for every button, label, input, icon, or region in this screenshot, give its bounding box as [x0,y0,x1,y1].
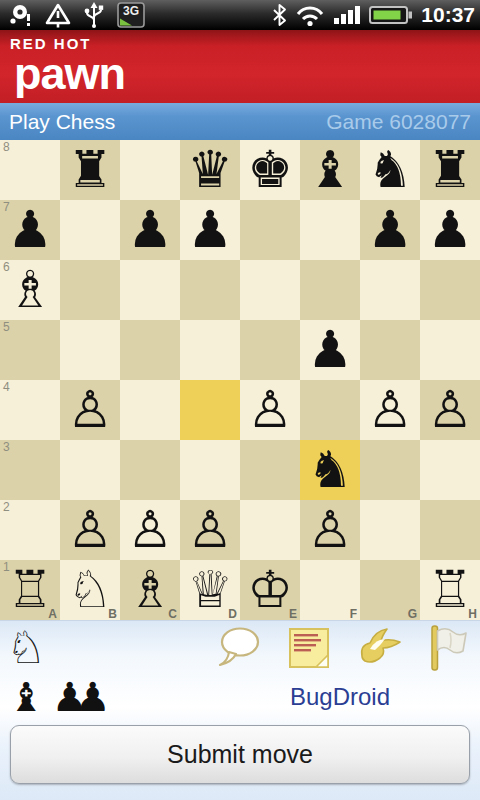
brand-line2: pawn [14,52,480,95]
square-g2[interactable] [360,500,420,560]
square-e5[interactable] [240,320,300,380]
warning-icon [45,2,71,28]
square-b2[interactable]: ♙ [60,500,120,560]
status-icons-left: 3G [0,2,145,28]
status-icons-right: 10:37 [272,0,480,30]
captured-black-bishop: ♝ [8,674,44,720]
square-e2[interactable] [240,500,300,560]
square-f7[interactable] [300,200,360,260]
piece-black-rook-h8[interactable]: ♜ [420,140,480,200]
draw-dove-icon[interactable] [355,626,403,670]
square-g1[interactable]: G [360,560,420,620]
wifi-icon [295,3,325,27]
piece-black-pawn-g7[interactable]: ♟ [360,200,420,260]
square-d7[interactable]: ♟ [180,200,240,260]
square-c2[interactable]: ♙ [120,500,180,560]
square-a7[interactable]: 7♟ [0,200,60,260]
square-f4[interactable] [300,380,360,440]
square-h7[interactable]: ♟ [420,200,480,260]
square-b6[interactable] [60,260,120,320]
square-e8[interactable]: ♚ [240,140,300,200]
piece-white-knight-b1[interactable]: ♘ [60,560,120,620]
3g-label: 3G [123,4,139,18]
rank-label-5: 5 [3,320,10,334]
square-b8[interactable]: ♜ [60,140,120,200]
square-b5[interactable] [60,320,120,380]
square-h8[interactable]: ♜ [420,140,480,200]
square-a2[interactable]: 2 [0,500,60,560]
piece-black-pawn-a7[interactable]: ♟ [0,200,60,260]
square-g8[interactable]: ♞ [360,140,420,200]
file-label-g: G [408,607,417,621]
piece-white-king-e1[interactable]: ♔ [240,560,300,620]
battery-icon [369,3,413,27]
piece-white-pawn-g4[interactable]: ♙ [360,380,420,440]
signal-icon [333,3,361,27]
captured-white-row: ♘ [0,621,480,673]
rank-label-4: 4 [3,380,10,394]
piece-white-pawn-b2[interactable]: ♙ [60,500,120,560]
square-c6[interactable] [120,260,180,320]
submit-move-button[interactable]: Submit move [10,725,470,784]
bottom-panel: ♘ [0,620,480,800]
piece-white-pawn-b4[interactable]: ♙ [60,380,120,440]
screen: 3G 10:37 [0,0,480,800]
square-e1[interactable]: E♔ [240,560,300,620]
square-d3[interactable] [180,440,240,500]
square-e3[interactable] [240,440,300,500]
rank-label-8: 8 [3,140,10,154]
square-d1[interactable]: D♕ [180,560,240,620]
game-number: Game 6028077 [326,110,471,134]
square-e7[interactable] [240,200,300,260]
piece-white-pawn-d2[interactable]: ♙ [180,500,240,560]
opponent-name: BugDroid [290,683,390,711]
rank-label-2: 2 [3,500,10,514]
piece-black-bishop-f8[interactable]: ♝ [300,140,360,200]
square-b4[interactable]: ♙ [60,380,120,440]
notes-icon[interactable] [286,626,332,670]
square-f5[interactable]: ♟ [300,320,360,380]
square-c8[interactable] [120,140,180,200]
square-g3[interactable] [360,440,420,500]
square-d5[interactable] [180,320,240,380]
captured-white-knight: ♘ [6,624,46,672]
piece-white-pawn-f2[interactable]: ♙ [300,500,360,560]
square-f1[interactable]: F [300,560,360,620]
square-h1[interactable]: H♖ [420,560,480,620]
square-a6[interactable]: 6♗ [0,260,60,320]
piece-black-pawn-h7[interactable]: ♟ [420,200,480,260]
square-h3[interactable] [420,440,480,500]
status-bar: 3G 10:37 [0,0,480,30]
square-g5[interactable] [360,320,420,380]
square-a3[interactable]: 3 [0,440,60,500]
square-c4[interactable] [120,380,180,440]
square-g6[interactable] [360,260,420,320]
square-c1[interactable]: C♗ [120,560,180,620]
captured-black-row: ♝ ♟♟ BugDroid [0,673,480,721]
piece-white-queen-d1[interactable]: ♕ [180,560,240,620]
submit-move-label: Submit move [167,740,313,769]
square-a8[interactable]: 8 [0,140,60,200]
square-e4[interactable]: ♙ [240,380,300,440]
square-h4[interactable]: ♙ [420,380,480,440]
square-h2[interactable] [420,500,480,560]
square-h6[interactable] [420,260,480,320]
file-label-f: F [350,607,357,621]
square-c3[interactable] [120,440,180,500]
piece-black-knight-f3[interactable]: ♞ [300,440,360,500]
square-d8[interactable]: ♛ [180,140,240,200]
piece-white-pawn-h4[interactable]: ♙ [420,380,480,440]
piece-black-rook-b8[interactable]: ♜ [60,140,120,200]
square-g4[interactable]: ♙ [360,380,420,440]
piece-white-pawn-e4[interactable]: ♙ [240,380,300,440]
piece-black-king-e8[interactable]: ♚ [240,140,300,200]
resign-flag-icon[interactable] [426,624,468,672]
square-b7[interactable] [60,200,120,260]
square-b1[interactable]: B♘ [60,560,120,620]
toolbar: Play Chess Game 6028077 [0,103,480,140]
piece-white-bishop-a6[interactable]: ♗ [0,260,60,320]
chat-bubble-icon[interactable] [213,625,263,671]
piece-white-bishop-c1[interactable]: ♗ [120,560,180,620]
piece-black-queen-d8[interactable]: ♛ [180,140,240,200]
square-a5[interactable]: 5 [0,320,60,380]
square-d4[interactable] [180,380,240,440]
square-d6[interactable] [180,260,240,320]
square-d2[interactable]: ♙ [180,500,240,560]
square-f6[interactable] [300,260,360,320]
rank-label-3: 3 [3,440,10,454]
bluetooth-icon [272,3,287,27]
notification-icon [8,2,34,28]
chess-board[interactable]: 8♜♛♚♝♞♜7♟♟♟♟♟6♗5♟4♙♙♙♙3♞2♙♙♙♙1A♖B♘C♗D♕E♔… [0,140,480,620]
3g-icon: 3G [117,2,145,28]
square-a1[interactable]: 1A♖ [0,560,60,620]
square-f3[interactable]: ♞ [300,440,360,500]
square-g7[interactable]: ♟ [360,200,420,260]
piece-black-pawn-d7[interactable]: ♟ [180,200,240,260]
square-b3[interactable] [60,440,120,500]
usb-icon [82,2,106,28]
captured-black-pawns: ♟♟ [52,674,111,720]
square-f8[interactable]: ♝ [300,140,360,200]
square-c7[interactable]: ♟ [120,200,180,260]
piece-white-pawn-c2[interactable]: ♙ [120,500,180,560]
square-h5[interactable] [420,320,480,380]
piece-white-rook-a1[interactable]: ♖ [0,560,60,620]
square-f2[interactable]: ♙ [300,500,360,560]
piece-black-pawn-c7[interactable]: ♟ [120,200,180,260]
piece-black-pawn-f5[interactable]: ♟ [300,320,360,380]
page-title: Play Chess [9,110,115,134]
square-c5[interactable] [120,320,180,380]
square-e6[interactable] [240,260,300,320]
square-a4[interactable]: 4 [0,380,60,440]
app-banner: RED HOT pawn [0,30,480,103]
piece-black-knight-g8[interactable]: ♞ [360,140,420,200]
clock: 10:37 [421,0,475,30]
action-icons [213,624,468,672]
piece-white-rook-h1[interactable]: ♖ [420,560,480,620]
